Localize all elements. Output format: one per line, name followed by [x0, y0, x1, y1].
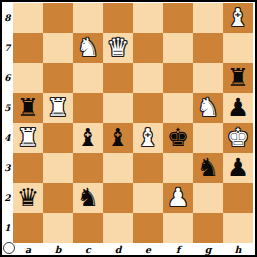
square-g3[interactable]: ♞: [193, 153, 223, 183]
rank-label-4: 4: [2, 123, 13, 153]
chess-board[interactable]: ♝♞♛♜♜♜♞♟♜♝♝♝♚♚♞♟♛♞♟: [13, 3, 253, 243]
file-label-h: h: [223, 243, 253, 255]
square-a7[interactable]: [13, 33, 43, 63]
square-d5[interactable]: [103, 93, 133, 123]
square-g8[interactable]: [193, 3, 223, 33]
rank-label-3: 3: [2, 153, 13, 183]
white-to-move-indicator: [3, 242, 15, 254]
rank-label-6: 6: [2, 63, 13, 93]
piece-black-knight-c2[interactable]: ♞: [73, 183, 103, 213]
square-c3[interactable]: [73, 153, 103, 183]
square-e5[interactable]: [133, 93, 163, 123]
square-b4[interactable]: [43, 123, 73, 153]
square-h6[interactable]: ♜: [223, 63, 253, 93]
piece-black-bishop-c4[interactable]: ♝: [73, 123, 103, 153]
square-d2[interactable]: [103, 183, 133, 213]
piece-white-queen-d7[interactable]: ♛: [103, 33, 133, 63]
square-b7[interactable]: [43, 33, 73, 63]
square-d3[interactable]: [103, 153, 133, 183]
piece-white-pawn-f2[interactable]: ♟: [163, 183, 193, 213]
square-b3[interactable]: [43, 153, 73, 183]
rank-labels: 87654321: [2, 3, 13, 243]
square-f4[interactable]: ♚: [163, 123, 193, 153]
square-c7[interactable]: ♞: [73, 33, 103, 63]
rank-label-1: 1: [2, 213, 13, 243]
square-h8[interactable]: ♝: [223, 3, 253, 33]
rank-label-7: 7: [2, 33, 13, 63]
square-c6[interactable]: [73, 63, 103, 93]
square-d1[interactable]: [103, 213, 133, 243]
file-label-c: c: [73, 243, 103, 255]
square-e2[interactable]: [133, 183, 163, 213]
piece-white-king-h4[interactable]: ♚: [223, 123, 253, 153]
piece-white-knight-g5[interactable]: ♞: [193, 93, 223, 123]
square-e6[interactable]: [133, 63, 163, 93]
square-a3[interactable]: [13, 153, 43, 183]
piece-black-bishop-d4[interactable]: ♝: [103, 123, 133, 153]
square-h4[interactable]: ♚: [223, 123, 253, 153]
square-g6[interactable]: [193, 63, 223, 93]
piece-black-pawn-h3[interactable]: ♟: [223, 153, 253, 183]
square-b2[interactable]: [43, 183, 73, 213]
square-e7[interactable]: [133, 33, 163, 63]
square-f7[interactable]: [163, 33, 193, 63]
piece-black-king-f4[interactable]: ♚: [163, 123, 193, 153]
square-c4[interactable]: ♝: [73, 123, 103, 153]
square-a1[interactable]: [13, 213, 43, 243]
square-d8[interactable]: [103, 3, 133, 33]
file-label-b: b: [43, 243, 73, 255]
piece-white-bishop-h8[interactable]: ♝: [223, 3, 253, 33]
piece-white-knight-c7[interactable]: ♞: [73, 33, 103, 63]
square-f8[interactable]: [163, 3, 193, 33]
square-e8[interactable]: [133, 3, 163, 33]
rank-label-5: 5: [2, 93, 13, 123]
square-a6[interactable]: [13, 63, 43, 93]
square-h2[interactable]: [223, 183, 253, 213]
square-a5[interactable]: ♜: [13, 93, 43, 123]
piece-white-bishop-e4[interactable]: ♝: [133, 123, 163, 153]
square-h7[interactable]: [223, 33, 253, 63]
square-a4[interactable]: ♜: [13, 123, 43, 153]
square-g5[interactable]: ♞: [193, 93, 223, 123]
square-h1[interactable]: [223, 213, 253, 243]
square-c2[interactable]: ♞: [73, 183, 103, 213]
file-label-f: f: [163, 243, 193, 255]
square-h3[interactable]: ♟: [223, 153, 253, 183]
square-g4[interactable]: [193, 123, 223, 153]
square-e1[interactable]: [133, 213, 163, 243]
file-label-d: d: [103, 243, 133, 255]
square-f1[interactable]: [163, 213, 193, 243]
piece-white-rook-b5[interactable]: ♜: [43, 93, 73, 123]
piece-black-pawn-h5[interactable]: ♟: [223, 93, 253, 123]
square-f2[interactable]: ♟: [163, 183, 193, 213]
square-d4[interactable]: ♝: [103, 123, 133, 153]
square-g7[interactable]: [193, 33, 223, 63]
square-b5[interactable]: ♜: [43, 93, 73, 123]
square-d6[interactable]: [103, 63, 133, 93]
square-f5[interactable]: [163, 93, 193, 123]
file-labels: abcdefgh: [13, 243, 253, 255]
square-b6[interactable]: [43, 63, 73, 93]
square-b1[interactable]: [43, 213, 73, 243]
square-e3[interactable]: [133, 153, 163, 183]
square-g2[interactable]: [193, 183, 223, 213]
square-e4[interactable]: ♝: [133, 123, 163, 153]
piece-black-queen-a2[interactable]: ♛: [13, 183, 43, 213]
piece-white-rook-a4[interactable]: ♜: [13, 123, 43, 153]
piece-black-knight-g3[interactable]: ♞: [193, 153, 223, 183]
square-f6[interactable]: [163, 63, 193, 93]
square-g1[interactable]: [193, 213, 223, 243]
square-b8[interactable]: [43, 3, 73, 33]
square-c8[interactable]: [73, 3, 103, 33]
square-c5[interactable]: [73, 93, 103, 123]
square-h5[interactable]: ♟: [223, 93, 253, 123]
file-label-g: g: [193, 243, 223, 255]
piece-black-rook-a5[interactable]: ♜: [13, 93, 43, 123]
file-label-a: a: [13, 243, 43, 255]
square-d7[interactable]: ♛: [103, 33, 133, 63]
square-c1[interactable]: [73, 213, 103, 243]
chess-diagram: 87654321 ♝♞♛♜♜♜♞♟♜♝♝♝♚♚♞♟♛♞♟ abcdefgh: [0, 0, 257, 257]
square-a8[interactable]: [13, 3, 43, 33]
square-a2[interactable]: ♛: [13, 183, 43, 213]
square-f3[interactable]: [163, 153, 193, 183]
rank-label-2: 2: [2, 183, 13, 213]
rank-label-8: 8: [2, 3, 13, 33]
file-label-e: e: [133, 243, 163, 255]
piece-black-rook-h6[interactable]: ♜: [223, 63, 253, 93]
